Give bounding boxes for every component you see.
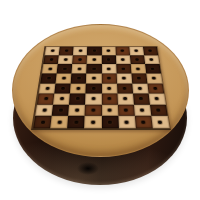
peg-hole [121, 50, 124, 52]
light-square [70, 83, 86, 93]
peg-hole [64, 58, 68, 60]
peg-hole [151, 67, 155, 70]
peg-hole [75, 109, 79, 112]
peg-hole [107, 67, 110, 70]
peg-hole [93, 50, 96, 52]
light-square [149, 94, 166, 105]
light-square [39, 83, 56, 93]
peg-hole [136, 58, 140, 60]
chess-board [31, 46, 171, 130]
dark-square [59, 47, 74, 55]
dark-square [115, 47, 130, 55]
thumb-notch [77, 162, 99, 175]
dark-square [87, 47, 101, 55]
peg-hole [155, 97, 159, 100]
peg-hole [138, 87, 142, 90]
dark-square [135, 116, 153, 128]
peg-hole [123, 97, 127, 100]
light-square [53, 94, 70, 105]
dark-square [133, 94, 150, 105]
peg-hole [125, 120, 129, 123]
light-square [86, 73, 101, 83]
light-square [117, 94, 134, 105]
peg-hole [107, 77, 111, 80]
dark-square [72, 55, 87, 64]
light-square [134, 105, 151, 117]
light-square [101, 64, 116, 73]
peg-hole [149, 50, 153, 52]
dark-square [130, 55, 145, 64]
peg-hole [154, 87, 158, 90]
dark-square [86, 83, 102, 93]
light-square [87, 55, 102, 64]
peg-hole [60, 97, 64, 100]
light-square [144, 55, 160, 64]
peg-hole [108, 109, 112, 112]
dark-square [118, 105, 135, 117]
light-square [72, 64, 87, 73]
peg-hole [108, 97, 112, 100]
peg-hole [79, 50, 82, 52]
dark-square [147, 83, 164, 93]
light-square [116, 55, 131, 64]
dark-square [150, 105, 168, 117]
peg-hole [123, 87, 127, 90]
peg-hole [122, 67, 126, 70]
peg-hole [92, 87, 96, 90]
light-square [35, 105, 53, 117]
dark-square [40, 73, 56, 83]
peg-hole [63, 67, 67, 70]
peg-hole [76, 87, 80, 90]
peg-hole [122, 77, 126, 80]
peg-hole [91, 109, 95, 112]
dark-square [54, 83, 70, 93]
peg-hole [76, 97, 80, 100]
light-square [118, 116, 136, 128]
peg-hole [49, 58, 53, 60]
peg-hole [48, 67, 52, 70]
dark-square [101, 116, 118, 128]
peg-hole [141, 120, 145, 123]
peg-hole [51, 50, 55, 52]
dark-square [101, 94, 117, 105]
dark-square [145, 64, 161, 73]
light-square [50, 116, 68, 128]
dark-square [101, 73, 116, 83]
peg-hole [47, 77, 51, 80]
light-square [45, 47, 60, 55]
peg-hole [107, 87, 111, 90]
dark-square [116, 64, 131, 73]
peg-hole [44, 97, 48, 100]
light-square [146, 73, 162, 83]
light-square [42, 64, 58, 73]
light-square [101, 47, 115, 55]
peg-hole [78, 67, 82, 70]
dark-square [87, 64, 102, 73]
peg-hole [42, 109, 46, 112]
peg-hole [59, 109, 63, 112]
dark-square [57, 64, 73, 73]
dark-square [117, 83, 133, 93]
peg-hole [139, 97, 143, 100]
peg-hole [78, 58, 81, 60]
light-square [73, 47, 88, 55]
peg-hole [124, 109, 128, 112]
light-square [56, 73, 72, 83]
light-square [132, 83, 149, 93]
peg-hole [77, 77, 81, 80]
light-square [84, 116, 101, 128]
peg-hole [92, 97, 96, 100]
dark-square [67, 116, 85, 128]
peg-hole [40, 120, 44, 123]
peg-hole [62, 77, 66, 80]
peg-hole [92, 67, 95, 70]
dark-square [52, 105, 69, 117]
peg-hole [121, 58, 124, 60]
peg-hole [74, 120, 78, 123]
light-square [116, 73, 132, 83]
dark-square [143, 47, 158, 55]
dark-square [33, 116, 51, 128]
peg-hole [150, 58, 154, 60]
light-square [68, 105, 85, 117]
peg-hole [57, 120, 61, 123]
light-square [129, 47, 144, 55]
peg-hole [137, 77, 141, 80]
dark-square [37, 94, 54, 105]
peg-hole [157, 109, 161, 112]
peg-hole [92, 77, 96, 80]
dark-square [71, 73, 87, 83]
dark-square [69, 94, 86, 105]
peg-hole [107, 58, 110, 60]
peg-hole [65, 50, 68, 52]
dark-square [43, 55, 59, 64]
peg-hole [91, 120, 95, 123]
dark-square [85, 105, 102, 117]
light-square [101, 83, 117, 93]
peg-hole [45, 87, 49, 90]
peg-hole [108, 120, 112, 123]
light-square [151, 116, 170, 128]
light-square [85, 94, 101, 105]
peg-hole [135, 50, 139, 52]
peg-hole [152, 77, 156, 80]
product-photo [0, 0, 200, 200]
light-square [58, 55, 73, 64]
dark-square [131, 73, 147, 83]
peg-hole [93, 58, 96, 60]
dark-square [101, 55, 116, 64]
peg-hole [158, 120, 162, 123]
peg-hole [136, 67, 140, 70]
peg-hole [61, 87, 65, 90]
board-perspective-wrap [31, 10, 171, 130]
light-square [101, 105, 118, 117]
light-square [130, 64, 146, 73]
peg-hole [140, 109, 144, 112]
peg-hole [107, 50, 110, 52]
